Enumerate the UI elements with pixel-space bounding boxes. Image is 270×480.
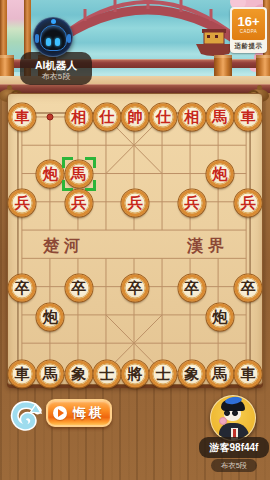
ai-opponent-plate: AI机器人 布衣5段 [20,52,92,85]
robot-ear-icon [35,34,39,43]
piece-black-elephant[interactable]: 象 [65,360,92,387]
robot-eye-icon [55,38,60,46]
age-rating-badge: 16+ CADPA 适龄提示 [230,7,267,53]
piece-red-elephant[interactable]: 相 [178,104,205,131]
piece-red-horse[interactable]: 馬 [65,161,92,188]
piece-black-soldier[interactable]: 卒 [178,275,205,302]
piece-black-rook[interactable]: 車 [235,360,262,387]
player-plate: 游客98f44f [199,437,269,458]
piece-red-soldier[interactable]: 兵 [65,189,92,216]
piece-red-advisor[interactable]: 仕 [93,104,120,131]
piece-red-rook[interactable]: 車 [9,104,36,131]
xiangqi-board[interactable]: 楚河 漢界 車相仕帥仕相馬車炮馬炮兵兵兵兵兵卒卒卒卒卒炮炮車馬象士將士象馬車 [7,93,263,385]
table-edge [0,84,270,93]
age-rating-value: 16+ [237,15,259,28]
xiangqi-game-screen: 楚河 漢界 車相仕帥仕相馬車炮馬炮兵兵兵兵兵卒卒卒卒卒炮炮車馬象士將士象馬車 A… [0,0,270,480]
piece-red-soldier[interactable]: 兵 [178,189,205,216]
back-button[interactable] [10,401,42,434]
piece-black-rook[interactable]: 車 [9,360,36,387]
piece-black-soldier[interactable]: 卒 [235,275,262,302]
player-rank: 布衣5段 [221,461,248,471]
ai-opponent-rank: 布衣5段 [42,72,70,82]
piece-black-soldier[interactable]: 卒 [65,275,92,302]
back-arrow-icon [10,401,42,434]
pieces-layer: 車相仕帥仕相馬車炮馬炮兵兵兵兵兵卒卒卒卒卒炮炮車馬象士將士象馬車 [8,94,262,384]
piece-black-advisor[interactable]: 士 [93,360,120,387]
undo-move-button[interactable]: 悔棋 [46,399,112,427]
piece-black-elephant[interactable]: 象 [178,360,205,387]
last-move-origin-dot [47,114,54,121]
piece-black-cannon[interactable]: 炮 [37,303,64,330]
piece-black-soldier[interactable]: 卒 [9,275,36,302]
age-rating-org: CADPA [240,29,258,34]
ai-opponent-name: AI机器人 [35,59,77,72]
player-rank-pill: 布衣5段 [211,459,257,472]
robot-helmet-icon [40,25,67,51]
age-rating-box: 16+ CADPA [232,9,265,40]
robot-ear-icon [67,34,71,43]
robot-antenna-icon [51,19,56,24]
piece-red-soldier[interactable]: 兵 [9,189,36,216]
undo-button-label: 悔棋 [71,404,105,422]
age-rating-label: 适龄提示 [232,40,265,51]
piece-black-advisor[interactable]: 士 [150,360,177,387]
robot-eye-icon [46,38,51,46]
piece-red-elephant[interactable]: 相 [65,104,92,131]
piece-black-horse[interactable]: 馬 [206,360,233,387]
piece-red-soldier[interactable]: 兵 [235,189,262,216]
piece-black-horse[interactable]: 馬 [37,360,64,387]
piece-red-cannon[interactable]: 炮 [206,161,233,188]
ai-robot-avatar [33,17,73,57]
player-name: 游客98f44f [210,441,259,455]
piece-red-soldier[interactable]: 兵 [122,189,149,216]
piece-black-general[interactable]: 將 [122,360,149,387]
piece-black-soldier[interactable]: 卒 [122,275,149,302]
piece-red-general[interactable]: 帥 [122,104,149,131]
piece-red-rook[interactable]: 車 [235,104,262,131]
piece-black-cannon[interactable]: 炮 [206,303,233,330]
piece-red-advisor[interactable]: 仕 [150,104,177,131]
piece-red-cannon[interactable]: 炮 [37,161,64,188]
play-icon [53,406,67,420]
player-avatar [210,395,256,441]
piece-red-horse[interactable]: 馬 [206,104,233,131]
